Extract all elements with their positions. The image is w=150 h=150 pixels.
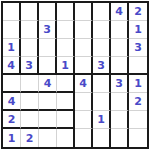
cell-given-r8c1: 1 xyxy=(3,129,21,147)
cell-empty-r4c5[interactable] xyxy=(75,57,93,75)
cell-empty-r6c7[interactable] xyxy=(111,93,129,111)
cell-empty-r2c4[interactable] xyxy=(57,21,75,39)
cell-empty-r3c5[interactable] xyxy=(75,39,93,57)
cell-empty-r3c6[interactable] xyxy=(93,39,111,57)
cell-empty-r8c3[interactable] xyxy=(39,129,57,147)
cell-given-r7c1: 2 xyxy=(3,111,21,129)
cell-given-r5c3: 4 xyxy=(39,75,57,93)
cell-given-r7c6: 1 xyxy=(93,111,111,129)
cell-given-r3c1: 1 xyxy=(3,39,21,57)
cell-empty-r7c4[interactable] xyxy=(57,111,75,129)
cell-empty-r6c3[interactable] xyxy=(39,93,57,111)
cell-empty-r5c6[interactable] xyxy=(93,75,111,93)
cell-given-r5c7: 3 xyxy=(111,75,129,93)
cell-empty-r4c8[interactable] xyxy=(129,57,147,75)
cell-empty-r2c7[interactable] xyxy=(111,21,129,39)
cell-empty-r6c4[interactable] xyxy=(57,93,75,111)
cell-empty-r8c8[interactable] xyxy=(129,129,147,147)
cell-empty-r5c2[interactable] xyxy=(21,75,39,93)
cell-given-r4c4: 1 xyxy=(57,57,75,75)
cell-empty-r8c7[interactable] xyxy=(111,129,129,147)
cell-empty-r6c6[interactable] xyxy=(93,93,111,111)
cell-empty-r3c4[interactable] xyxy=(57,39,75,57)
cell-empty-r7c8[interactable] xyxy=(129,111,147,129)
cell-empty-r4c7[interactable] xyxy=(111,57,129,75)
cell-empty-r7c5[interactable] xyxy=(75,111,93,129)
cell-given-r5c8: 1 xyxy=(129,75,147,93)
cell-given-r6c1: 4 xyxy=(3,93,21,111)
cell-empty-r1c1[interactable] xyxy=(3,3,21,21)
cell-given-r4c2: 3 xyxy=(21,57,39,75)
cell-empty-r5c1[interactable] xyxy=(3,75,21,93)
cell-empty-r2c1[interactable] xyxy=(3,21,21,39)
cell-empty-r3c3[interactable] xyxy=(39,39,57,57)
cell-given-r1c8: 2 xyxy=(129,3,147,21)
cell-empty-r1c2[interactable] xyxy=(21,3,39,21)
cell-given-r4c6: 3 xyxy=(93,57,111,75)
cell-empty-r1c4[interactable] xyxy=(57,3,75,21)
cell-empty-r3c7[interactable] xyxy=(111,39,129,57)
cell-empty-r6c5[interactable] xyxy=(75,93,93,111)
cell-empty-r8c6[interactable] xyxy=(93,129,111,147)
cell-empty-r3c2[interactable] xyxy=(21,39,39,57)
cell-empty-r2c6[interactable] xyxy=(93,21,111,39)
cell-empty-r7c3[interactable] xyxy=(39,111,57,129)
cell-given-r2c8: 1 xyxy=(129,21,147,39)
cell-empty-r2c5[interactable] xyxy=(75,21,93,39)
cell-empty-r1c5[interactable] xyxy=(75,3,93,21)
cell-empty-r4c3[interactable] xyxy=(39,57,57,75)
cell-given-r5c5: 4 xyxy=(75,75,93,93)
cell-empty-r6c2[interactable] xyxy=(21,93,39,111)
cell-given-r1c7: 4 xyxy=(111,3,129,21)
cell-given-r8c2: 2 xyxy=(21,129,39,147)
cell-empty-r5c4[interactable] xyxy=(57,75,75,93)
cell-empty-r7c7[interactable] xyxy=(111,111,129,129)
cell-given-r2c3: 3 xyxy=(39,21,57,39)
cell-empty-r1c6[interactable] xyxy=(93,3,111,21)
cell-given-r3c8: 3 xyxy=(129,39,147,57)
puzzle-board: 42311343134431422112 xyxy=(1,1,149,149)
cell-empty-r7c2[interactable] xyxy=(21,111,39,129)
cell-empty-r8c4[interactable] xyxy=(57,129,75,147)
cell-empty-r2c2[interactable] xyxy=(21,21,39,39)
cell-given-r6c8: 2 xyxy=(129,93,147,111)
cell-given-r4c1: 4 xyxy=(3,57,21,75)
cell-empty-r8c5[interactable] xyxy=(75,129,93,147)
cell-empty-r1c3[interactable] xyxy=(39,3,57,21)
